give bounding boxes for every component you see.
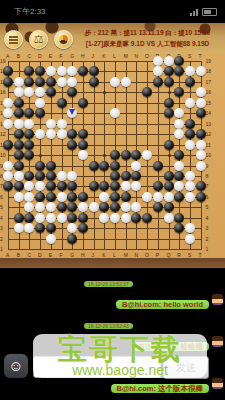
black-stone: [3, 77, 13, 87]
black-stone: [14, 213, 24, 223]
black-stone: [24, 150, 34, 160]
board-edge: [0, 258, 225, 268]
black-stone: [46, 223, 56, 233]
white-stone: [164, 213, 174, 223]
coord-top: F: [60, 54, 63, 59]
black-stone: [89, 77, 99, 87]
game-info-line1: 步：212 黑：提11 13.11.19 白：提10 15.00: [72, 27, 223, 38]
white-stone: [3, 171, 13, 181]
star-point: [168, 154, 171, 157]
black-stone: [99, 181, 109, 191]
black-stone: [24, 129, 34, 139]
white-stone: [67, 171, 77, 181]
white-stone: [46, 202, 56, 212]
white-stone: [78, 150, 88, 160]
white-stone: [196, 66, 206, 76]
coord-left: 16: [0, 90, 6, 95]
black-stone: [57, 202, 67, 212]
white-stone: [24, 192, 34, 202]
black-stone: [153, 161, 163, 171]
black-stone: [174, 192, 184, 202]
white-stone: [99, 213, 109, 223]
white-stone: [174, 108, 184, 118]
black-stone: [24, 171, 34, 181]
black-stone: [78, 140, 88, 150]
white-stone: [14, 87, 24, 97]
coord-top: B: [17, 54, 20, 59]
white-stone: [24, 202, 34, 212]
coord-right: 14: [206, 111, 212, 116]
black-stone: [174, 213, 184, 223]
board-hline: [8, 124, 202, 125]
white-stone: [196, 98, 206, 108]
black-stone: [24, 140, 34, 150]
white-stone: [14, 192, 24, 202]
black-stone: [196, 192, 206, 202]
black-stone: [164, 77, 174, 87]
black-stone: [46, 171, 56, 181]
black-stone: [35, 171, 45, 181]
black-stone: [164, 66, 174, 76]
black-stone: [110, 202, 120, 212]
black-stone: [164, 108, 174, 118]
coord-right: 4: [206, 216, 209, 221]
white-stone: [110, 77, 120, 87]
white-stone: [185, 192, 195, 202]
coord-top: D: [38, 54, 42, 59]
black-stone: [196, 129, 206, 139]
white-stone: [14, 171, 24, 181]
balance-button[interactable]: [29, 30, 48, 49]
black-stone: [78, 98, 88, 108]
coord-right: 17: [206, 80, 212, 85]
coord-top: A: [6, 54, 9, 59]
white-stone: [57, 171, 67, 181]
white-stone: [3, 119, 13, 129]
coord-right: 9: [206, 164, 209, 169]
black-stone: [35, 192, 45, 202]
white-stone: [185, 98, 195, 108]
white-stone: [46, 66, 56, 76]
white-stone: [174, 129, 184, 139]
black-stone: [46, 161, 56, 171]
white-stone: [174, 161, 184, 171]
coord-top: C: [27, 54, 31, 59]
black-stone: [24, 213, 34, 223]
black-stone: [164, 140, 174, 150]
black-stone: [35, 66, 45, 76]
black-stone: [174, 223, 184, 233]
black-stone: [46, 181, 56, 191]
white-stone: [35, 202, 45, 212]
coord-top: G: [70, 54, 74, 59]
white-stone: [164, 192, 174, 202]
black-stone: [110, 150, 120, 160]
last-move-marker: [69, 109, 75, 115]
white-stone: [121, 181, 131, 191]
black-stone: [164, 202, 174, 212]
black-stone: [196, 181, 206, 191]
game-info-line2: [1-27]原来是啄 9.1D VS 人工智能88 9.19D: [72, 38, 223, 49]
black-stone: [121, 192, 131, 202]
black-stone: [89, 181, 99, 191]
pie-chart-button[interactable]: [54, 30, 73, 49]
coord-right: 7: [206, 184, 209, 189]
white-stone: [14, 119, 24, 129]
white-stone: [3, 108, 13, 118]
white-stone: [67, 77, 77, 87]
white-stone: [185, 140, 195, 150]
user-avatar-icon: [212, 336, 223, 347]
black-stone: [153, 77, 163, 87]
emoji-button[interactable]: ☺: [4, 354, 28, 378]
black-stone: [67, 234, 77, 244]
black-stone: [67, 87, 77, 97]
white-stone: [131, 181, 141, 191]
coord-left: 19: [0, 59, 6, 64]
black-stone: [89, 161, 99, 171]
coord-left: 3: [0, 226, 3, 231]
black-stone: [174, 56, 184, 66]
black-stone: [78, 192, 88, 202]
coord-left: 4: [0, 216, 3, 221]
black-stone: [3, 181, 13, 191]
white-stone: [196, 150, 206, 160]
white-stone: [46, 119, 56, 129]
black-stone: [3, 140, 13, 150]
black-stone: [14, 181, 24, 191]
black-stone: [99, 161, 109, 171]
white-stone: [57, 119, 67, 129]
black-stone: [142, 213, 152, 223]
coord-top: H: [81, 54, 85, 59]
white-stone: [24, 87, 34, 97]
menu-button[interactable]: [4, 30, 23, 49]
status-icons: [190, 8, 217, 16]
black-stone: [46, 192, 56, 202]
black-stone: [14, 150, 24, 160]
coord-right: 16: [206, 90, 212, 95]
coord-right: 5: [206, 205, 209, 210]
black-stone: [35, 108, 45, 118]
coord-right: 19: [206, 59, 212, 64]
black-stone: [14, 161, 24, 171]
black-stone: [46, 87, 56, 97]
black-stone: [121, 150, 131, 160]
white-stone: [57, 192, 67, 202]
black-stone: [185, 129, 195, 139]
black-stone: [14, 108, 24, 118]
white-stone: [174, 119, 184, 129]
coord-right: 12: [206, 132, 212, 137]
black-stone: [35, 223, 45, 233]
timestamp-pill: 18-12-26 13:52:37: [84, 281, 133, 287]
black-stone: [3, 66, 13, 76]
watermark-url: www.baoge.net: [33, 364, 207, 377]
coord-right: 6: [206, 195, 209, 200]
black-stone: [110, 161, 120, 171]
black-stone: [110, 171, 120, 181]
chat-timestamp: 18-12-26 13:52:43: [84, 314, 133, 332]
black-stone: [67, 192, 77, 202]
white-stone: [164, 56, 174, 66]
black-stone: [35, 161, 45, 171]
go-board[interactable]: AABBCCDDEEFFGGHHJJKKLLMMNNOOPPQQRRSSTT19…: [0, 54, 225, 258]
coord-top: K: [102, 54, 105, 59]
black-stone: [46, 77, 56, 87]
game-header: 步：212 黑：提11 13.11.19 白：提10 15.00 [1-27]原…: [0, 23, 225, 54]
white-stone: [46, 213, 56, 223]
white-stone: [24, 181, 34, 191]
black-stone: [142, 87, 152, 97]
white-stone: [57, 66, 67, 76]
black-stone: [67, 202, 77, 212]
white-stone: [67, 66, 77, 76]
white-stone: [121, 77, 131, 87]
black-stone: [131, 171, 141, 181]
white-stone: [78, 202, 88, 212]
black-stone: [121, 171, 131, 181]
user-avatar-icon: [212, 294, 223, 305]
white-stone: [185, 234, 195, 244]
black-stone: [67, 129, 77, 139]
white-stone: [14, 223, 24, 233]
coord-top: M: [124, 54, 128, 59]
black-stone: [57, 98, 67, 108]
white-stone: [196, 161, 206, 171]
chat-timestamp: 18-12-26 13:52:37: [84, 272, 133, 290]
white-stone: [35, 87, 45, 97]
watermark-overlay: 宝哥下载 www.baoge.net: [33, 334, 207, 378]
black-stone: [24, 108, 34, 118]
coord-left: 10: [0, 153, 6, 158]
black-stone: [131, 150, 141, 160]
board-hline: [8, 239, 202, 240]
black-stone: [14, 98, 24, 108]
white-stone: [121, 202, 131, 212]
white-stone: [185, 223, 195, 233]
white-stone: [153, 66, 163, 76]
black-stone: [89, 66, 99, 76]
star-point: [39, 154, 42, 157]
black-stone: [164, 171, 174, 181]
timestamp-pill: 18-12-26 13:52:43: [84, 323, 133, 329]
white-stone: [196, 140, 206, 150]
white-stone: [196, 87, 206, 97]
coord-right: 18: [206, 69, 212, 74]
coord-top: N: [134, 54, 138, 59]
white-stone: [99, 192, 109, 202]
chat-bubble: B@hi.com: hello world: [116, 300, 209, 309]
white-stone: [153, 192, 163, 202]
white-stone: [121, 213, 131, 223]
coord-top: L: [113, 54, 116, 59]
black-stone: [164, 181, 174, 191]
black-stone: [14, 129, 24, 139]
coord-right: 13: [206, 122, 212, 127]
coord-left: 2: [0, 237, 3, 242]
black-stone: [110, 192, 120, 202]
watermark-title: 宝哥下载: [33, 334, 207, 364]
black-stone: [78, 223, 88, 233]
white-stone: [142, 150, 152, 160]
white-stone: [174, 181, 184, 191]
coord-left: 6: [0, 195, 3, 200]
black-stone: [153, 202, 163, 212]
white-stone: [153, 56, 163, 66]
black-stone: [185, 119, 195, 129]
status-bar: 下午2:33: [0, 0, 225, 23]
white-stone: [24, 119, 34, 129]
board-hline: [8, 249, 202, 250]
coord-left: 12: [0, 132, 6, 137]
battery-icon: [202, 8, 217, 16]
black-stone: [196, 108, 206, 118]
white-stone: [131, 161, 141, 171]
black-stone: [78, 129, 88, 139]
coord-right: 3: [206, 226, 209, 231]
coord-right: 10: [206, 153, 212, 158]
coord-top: O: [145, 54, 149, 59]
coord-right: 11: [206, 143, 211, 148]
black-stone: [78, 213, 88, 223]
black-stone: [174, 171, 184, 181]
black-stone: [110, 181, 120, 191]
white-stone: [110, 108, 120, 118]
white-stone: [67, 223, 77, 233]
white-stone: [142, 192, 152, 202]
black-stone: [131, 213, 141, 223]
black-stone: [164, 98, 174, 108]
white-stone: [89, 202, 99, 212]
black-stone: [185, 77, 195, 87]
coord-left: 5: [0, 205, 3, 210]
white-stone: [185, 181, 195, 191]
white-stone: [35, 98, 45, 108]
coord-right: 15: [206, 101, 212, 106]
clock-text: 下午2:33: [14, 6, 46, 17]
game-info: 步：212 黑：提11 13.11.19 白：提10 15.00 [1-27]原…: [72, 27, 223, 49]
black-stone: [35, 77, 45, 87]
black-stone: [14, 140, 24, 150]
coord-right: 1: [206, 247, 209, 252]
white-stone: [57, 77, 67, 87]
star-point: [103, 91, 106, 94]
white-stone: [35, 213, 45, 223]
black-stone: [153, 181, 163, 191]
black-stone: [67, 213, 77, 223]
white-stone: [131, 202, 141, 212]
white-stone: [185, 171, 195, 181]
black-stone: [67, 140, 77, 150]
app-screen: 下午2:33 步：212 黑：提11 13.11.19 白：提10 15.00 …: [0, 0, 225, 400]
white-stone: [35, 129, 45, 139]
black-stone: [174, 150, 184, 160]
white-stone: [24, 223, 34, 233]
white-stone: [185, 66, 195, 76]
white-stone: [57, 129, 67, 139]
black-stone: [24, 66, 34, 76]
chat-bubble: B@hi.com: 这个版本很棒: [111, 384, 209, 393]
white-stone: [110, 213, 120, 223]
star-point: [103, 154, 106, 157]
white-stone: [3, 161, 13, 171]
coord-right: 8: [206, 174, 209, 179]
white-stone: [57, 213, 67, 223]
coord-right: 2: [206, 237, 209, 242]
coord-top: S: [188, 54, 191, 59]
black-stone: [67, 181, 77, 191]
white-stone: [46, 129, 56, 139]
white-stone: [3, 98, 13, 108]
coord-top: E: [49, 54, 52, 59]
white-stone: [35, 181, 45, 191]
signal-icon: [190, 9, 198, 16]
black-stone: [174, 87, 184, 97]
black-stone: [99, 202, 109, 212]
coord-left: 1: [0, 247, 3, 252]
black-stone: [57, 181, 67, 191]
black-stone: [78, 66, 88, 76]
chat-message-row: B@hi.com: hello world: [116, 293, 209, 311]
white-stone: [14, 77, 24, 87]
black-stone: [174, 66, 184, 76]
coord-top: T: [199, 54, 202, 59]
black-stone: [24, 77, 34, 87]
white-stone: [46, 234, 56, 244]
coord-top: J: [92, 54, 95, 59]
